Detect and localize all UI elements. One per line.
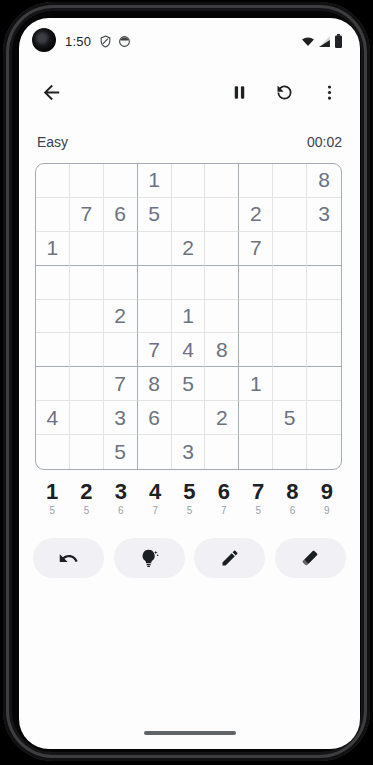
sudoku-cell-r8c8[interactable]: 5: [273, 401, 307, 435]
sudoku-cell-r1c5[interactable]: [172, 164, 206, 198]
numpad-key-8[interactable]: 86: [275, 480, 309, 517]
sudoku-cell-r1c6[interactable]: [205, 164, 239, 198]
sudoku-cell-r9c7[interactable]: [239, 435, 273, 469]
back-button[interactable]: [40, 81, 63, 104]
status-right-icons: [301, 34, 343, 48]
screenshot-stage: 1:50: [0, 0, 373, 765]
sudoku-cell-r6c2[interactable]: [70, 333, 104, 367]
sudoku-cell-r1c4[interactable]: 1: [138, 164, 172, 198]
sudoku-cell-r6c4[interactable]: 7: [138, 333, 172, 367]
number-pad: 152536475567758699: [35, 480, 344, 517]
restart-button[interactable]: [274, 82, 295, 103]
sudoku-cell-r4c1[interactable]: [36, 266, 70, 300]
sudoku-cell-r9c8[interactable]: [273, 435, 307, 469]
sudoku-cell-r3c9[interactable]: [307, 232, 341, 266]
status-time: 1:50: [65, 34, 91, 49]
sudoku-cell-r8c3[interactable]: 3: [104, 401, 138, 435]
sudoku-cell-r3c1[interactable]: 1: [36, 232, 70, 266]
sudoku-cell-r2c8[interactable]: [273, 198, 307, 232]
sudoku-cell-r6c8[interactable]: [273, 333, 307, 367]
sudoku-cell-r2c2[interactable]: 7: [70, 198, 104, 232]
numpad-digit: 5: [183, 480, 195, 504]
camera-punch-hole: [32, 28, 56, 52]
sudoku-board: 18765231272174878514362553: [35, 163, 342, 470]
sudoku-cell-r1c8[interactable]: [273, 164, 307, 198]
numpad-digit: 8: [286, 480, 298, 504]
shield-icon: [99, 35, 112, 48]
sudoku-cell-r1c3[interactable]: [104, 164, 138, 198]
sudoku-cell-r1c2[interactable]: [70, 164, 104, 198]
sudoku-cell-r5c7[interactable]: [239, 300, 273, 334]
sudoku-cell-r2c4[interactable]: 5: [138, 198, 172, 232]
sudoku-cell-r7c3[interactable]: 7: [104, 367, 138, 401]
sudoku-cell-r7c9[interactable]: [307, 367, 341, 401]
kebab-menu-icon: [320, 83, 339, 102]
sudoku-cell-r7c4[interactable]: 8: [138, 367, 172, 401]
sudoku-cell-r6c5[interactable]: 4: [172, 333, 206, 367]
sudoku-cell-r5c5[interactable]: 1: [172, 300, 206, 334]
numpad-key-3[interactable]: 36: [104, 480, 138, 517]
sudoku-cell-r4c9[interactable]: [307, 266, 341, 300]
sudoku-cell-r8c7[interactable]: [239, 401, 273, 435]
sudoku-cell-r1c9[interactable]: 8: [307, 164, 341, 198]
pencil-button[interactable]: [194, 538, 265, 578]
phone-screen: 1:50: [19, 18, 360, 749]
sudoku-cell-r3c3[interactable]: [104, 232, 138, 266]
numpad-remaining-count: 5: [187, 504, 193, 517]
sudoku-cell-r7c5[interactable]: 5: [172, 367, 206, 401]
sudoku-cell-r2c3[interactable]: 6: [104, 198, 138, 232]
status-left-icons: [99, 35, 131, 48]
cell-signal-icon: [318, 35, 331, 48]
sudoku-cell-r5c3[interactable]: 2: [104, 300, 138, 334]
sudoku-cell-r5c8[interactable]: [273, 300, 307, 334]
app-bar: [19, 72, 360, 112]
toolbar: [33, 538, 346, 578]
sudoku-cell-r5c1[interactable]: [36, 300, 70, 334]
sudoku-cell-r3c8[interactable]: [273, 232, 307, 266]
sudoku-cell-r3c5[interactable]: 2: [172, 232, 206, 266]
numpad-remaining-count: 7: [221, 504, 227, 517]
sudoku-cell-r9c2[interactable]: [70, 435, 104, 469]
numpad-digit: 4: [149, 480, 161, 504]
timer-label: 00:02: [307, 134, 342, 150]
numpad-remaining-count: 6: [118, 504, 124, 517]
sudoku-cell-r6c1[interactable]: [36, 333, 70, 367]
status-bar: 1:50: [19, 18, 360, 52]
sudoku-cell-r4c4[interactable]: [138, 266, 172, 300]
hint-button[interactable]: [114, 538, 185, 578]
undo-button[interactable]: [33, 538, 104, 578]
difficulty-label: Easy: [37, 134, 68, 150]
numpad-key-6[interactable]: 67: [207, 480, 241, 517]
sudoku-cell-r2c7[interactable]: 2: [239, 198, 273, 232]
numpad-remaining-count: 9: [324, 504, 330, 517]
sudoku-cell-r6c6[interactable]: 8: [205, 333, 239, 367]
sudoku-cell-r4c2[interactable]: [70, 266, 104, 300]
sudoku-cell-r7c2[interactable]: [70, 367, 104, 401]
sudoku-cell-r7c8[interactable]: [273, 367, 307, 401]
sudoku-cell-r2c5[interactable]: [172, 198, 206, 232]
sudoku-cell-r4c8[interactable]: [273, 266, 307, 300]
sudoku-cell-r5c2[interactable]: [70, 300, 104, 334]
sudoku-cell-r9c1[interactable]: [36, 435, 70, 469]
sudoku-cell-r7c1[interactable]: [36, 367, 70, 401]
sudoku-cell-r4c5[interactable]: [172, 266, 206, 300]
sudoku-cell-r9c9[interactable]: [307, 435, 341, 469]
sudoku-cell-r3c4[interactable]: [138, 232, 172, 266]
sudoku-cell-r7c6[interactable]: [205, 367, 239, 401]
undo-icon: [58, 548, 79, 569]
gesture-bar[interactable]: [144, 731, 236, 735]
sudoku-cell-r9c4[interactable]: [138, 435, 172, 469]
back-arrow-icon: [40, 81, 63, 104]
sudoku-cell-r8c6[interactable]: 2: [205, 401, 239, 435]
battery-icon: [334, 34, 343, 48]
numpad-key-7[interactable]: 75: [241, 480, 275, 517]
sudoku-cell-r2c6[interactable]: [205, 198, 239, 232]
sudoku-cell-r5c6[interactable]: [205, 300, 239, 334]
sudoku-cell-r6c3[interactable]: [104, 333, 138, 367]
sudoku-cell-r2c1[interactable]: [36, 198, 70, 232]
numpad-digit: 1: [46, 480, 58, 504]
numpad-digit: 7: [252, 480, 264, 504]
sudoku-cell-r8c5[interactable]: [172, 401, 206, 435]
night-mode-icon: [118, 35, 131, 48]
numpad-remaining-count: 7: [152, 504, 158, 517]
sudoku-cell-r8c2[interactable]: [70, 401, 104, 435]
sudoku-cell-r9c6[interactable]: [205, 435, 239, 469]
sudoku-cell-r1c1[interactable]: [36, 164, 70, 198]
wifi-icon: [301, 35, 315, 48]
hint-bulb-icon: [139, 548, 160, 569]
numpad-remaining-count: 5: [84, 504, 90, 517]
game-info-row: Easy 00:02: [19, 134, 360, 150]
numpad-remaining-count: 5: [49, 504, 55, 517]
sudoku-cell-r8c1[interactable]: 4: [36, 401, 70, 435]
eraser-button[interactable]: [275, 538, 346, 578]
sudoku-cell-r9c5[interactable]: 3: [172, 435, 206, 469]
numpad-remaining-count: 6: [290, 504, 296, 517]
numpad-key-2[interactable]: 25: [69, 480, 103, 517]
sudoku-cell-r1c7[interactable]: [239, 164, 273, 198]
pause-button[interactable]: [230, 83, 249, 102]
sudoku-cell-r4c7[interactable]: [239, 266, 273, 300]
numpad-key-4[interactable]: 47: [138, 480, 172, 517]
sudoku-cell-r4c6[interactable]: [205, 266, 239, 300]
sudoku-cell-r3c7[interactable]: 7: [239, 232, 273, 266]
sudoku-cell-r7c7[interactable]: 1: [239, 367, 273, 401]
sudoku-cell-r5c4[interactable]: [138, 300, 172, 334]
sudoku-cell-r8c4[interactable]: 6: [138, 401, 172, 435]
numpad-key-1[interactable]: 15: [35, 480, 69, 517]
sudoku-cell-r8c9[interactable]: [307, 401, 341, 435]
phone-frame: 1:50: [3, 2, 370, 761]
pencil-icon: [220, 548, 240, 568]
pause-icon: [230, 83, 249, 102]
sudoku-cell-r6c9[interactable]: [307, 333, 341, 367]
numpad-key-5[interactable]: 55: [172, 480, 206, 517]
sudoku-cell-r6c7[interactable]: [239, 333, 273, 367]
sudoku-cell-r2c9[interactable]: 3: [307, 198, 341, 232]
numpad-digit: 3: [115, 480, 127, 504]
sudoku-cell-r5c9[interactable]: [307, 300, 341, 334]
sudoku-cell-r3c2[interactable]: [70, 232, 104, 266]
restart-icon: [274, 82, 295, 103]
numpad-digit: 6: [218, 480, 230, 504]
menu-button[interactable]: [320, 83, 339, 102]
sudoku-cell-r9c3[interactable]: 5: [104, 435, 138, 469]
numpad-key-9[interactable]: 99: [310, 480, 344, 517]
numpad-digit: 2: [80, 480, 92, 504]
eraser-icon: [300, 548, 320, 568]
sudoku-cell-r4c3[interactable]: [104, 266, 138, 300]
sudoku-cell-r3c6[interactable]: [205, 232, 239, 266]
numpad-digit: 9: [321, 480, 333, 504]
numpad-remaining-count: 5: [255, 504, 261, 517]
